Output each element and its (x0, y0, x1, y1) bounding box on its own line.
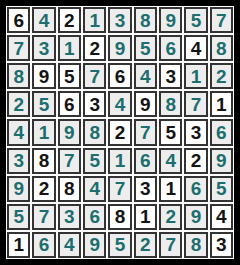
sudoku-cell-r7c7[interactable]: 1 (159, 176, 182, 202)
sudoku-cell-r6c6[interactable]: 6 (134, 148, 157, 174)
solved-digit: 5 (115, 235, 126, 254)
sudoku-cell-r5c2[interactable]: 1 (32, 119, 55, 145)
solved-digit: 8 (13, 67, 24, 86)
solved-digit: 7 (39, 207, 50, 226)
given-digit: 1 (13, 235, 24, 254)
given-digit: 6 (13, 11, 24, 30)
sudoku-cell-r8c3[interactable]: 3 (58, 204, 81, 230)
given-digit: 3 (89, 95, 100, 114)
sudoku-cell-r5c7[interactable]: 5 (159, 119, 182, 145)
solved-digit: 7 (216, 11, 227, 30)
solved-digit: 5 (140, 39, 151, 58)
solved-digit: 4 (13, 123, 24, 142)
solved-digit: 6 (165, 39, 176, 58)
sudoku-cell-r2c6[interactable]: 5 (134, 35, 157, 61)
solved-digit: 1 (115, 151, 126, 170)
sudoku-cell-r4c3[interactable]: 6 (58, 91, 81, 117)
sudoku-cell-r4c2[interactable]: 5 (32, 91, 55, 117)
given-digit: 8 (115, 207, 126, 226)
given-digit: 2 (191, 151, 202, 170)
sudoku-cell-r6c8[interactable]: 2 (184, 148, 207, 174)
solved-digit: 7 (165, 235, 176, 254)
solved-digit: 6 (191, 179, 202, 198)
solved-digit: 8 (165, 95, 176, 114)
solved-digit: 5 (216, 179, 227, 198)
given-digit: 3 (140, 179, 151, 198)
given-digit: 3 (191, 123, 202, 142)
given-digit: 8 (64, 179, 75, 198)
sudoku-cell-r9c7[interactable]: 7 (159, 232, 182, 258)
solved-digit: 9 (89, 235, 100, 254)
sudoku-cell-r5c4[interactable]: 8 (83, 119, 106, 145)
sudoku-cell-r2c7[interactable]: 6 (159, 35, 182, 61)
solved-digit: 1 (191, 67, 202, 86)
solved-digit: 8 (140, 11, 151, 30)
given-digit: 6 (64, 95, 75, 114)
sudoku-cell-r1c3[interactable]: 2 (58, 7, 81, 33)
given-digit: 3 (216, 235, 227, 254)
solved-digit: 9 (115, 39, 126, 58)
sudoku-cell-r3c5[interactable]: 6 (108, 63, 131, 89)
sudoku-cell-r8c2[interactable]: 7 (32, 204, 55, 230)
sudoku-cell-r8c5[interactable]: 8 (108, 204, 131, 230)
solved-digit: 8 (191, 235, 202, 254)
given-digit: 1 (216, 95, 227, 114)
solved-digit: 6 (89, 207, 100, 226)
given-digit: 2 (89, 39, 100, 58)
sudoku-cell-r5c6[interactable]: 7 (134, 119, 157, 145)
solved-digit: 3 (39, 39, 50, 58)
sudoku-cell-r8c1[interactable]: 5 (7, 204, 30, 230)
sudoku-cell-r7c3[interactable]: 8 (58, 176, 81, 202)
sudoku-cell-r6c9[interactable]: 9 (210, 148, 233, 174)
solved-digit: 4 (89, 179, 100, 198)
sudoku-cell-r1c5[interactable]: 3 (108, 7, 131, 33)
solved-digit: 3 (64, 207, 75, 226)
given-digit: 8 (39, 151, 50, 170)
sudoku-cell-r3c2[interactable]: 9 (32, 63, 55, 89)
given-digit: 4 (216, 207, 227, 226)
solved-digit: 6 (39, 235, 50, 254)
solved-digit: 7 (191, 95, 202, 114)
sudoku-cell-r6c2[interactable]: 8 (32, 148, 55, 174)
sudoku-cell-r1c8[interactable]: 5 (184, 7, 207, 33)
given-digit: 9 (140, 95, 151, 114)
solved-digit: 5 (89, 151, 100, 170)
solved-digit: 2 (165, 207, 176, 226)
sudoku-cell-r6c3[interactable]: 7 (58, 148, 81, 174)
solved-digit: 4 (39, 11, 50, 30)
sudoku-grid: 6421389577312956488957643122563498714198… (6, 6, 234, 259)
sudoku-cell-r2c9[interactable]: 8 (210, 35, 233, 61)
sudoku-cell-r6c5[interactable]: 1 (108, 148, 131, 174)
sudoku-cell-r8c8[interactable]: 9 (184, 204, 207, 230)
given-digit: 2 (115, 123, 126, 142)
given-digit: 1 (165, 179, 176, 198)
sudoku-cell-r4c1[interactable]: 2 (7, 91, 30, 117)
given-digit: 3 (165, 67, 176, 86)
solved-digit: 4 (115, 95, 126, 114)
sudoku-cell-r5c9[interactable]: 6 (210, 119, 233, 145)
sudoku-cell-r9c8[interactable]: 8 (184, 232, 207, 258)
sudoku-cell-r5c1[interactable]: 4 (7, 119, 30, 145)
sudoku-cell-r9c2[interactable]: 6 (32, 232, 55, 258)
sudoku-cell-r2c2[interactable]: 3 (32, 35, 55, 61)
solved-digit: 2 (216, 67, 227, 86)
sudoku-cell-r3c6[interactable]: 4 (134, 63, 157, 89)
solved-digit: 7 (140, 123, 151, 142)
sudoku-cell-r5c8[interactable]: 3 (184, 119, 207, 145)
sudoku-cell-r2c1[interactable]: 7 (7, 35, 30, 61)
sudoku-cell-r2c8[interactable]: 4 (184, 35, 207, 61)
sudoku-cell-r6c7[interactable]: 4 (159, 148, 182, 174)
sudoku-cell-r5c3[interactable]: 9 (58, 119, 81, 145)
sudoku-cell-r6c4[interactable]: 5 (83, 148, 106, 174)
solved-digit: 2 (140, 235, 151, 254)
sudoku-cell-r3c8[interactable]: 1 (184, 63, 207, 89)
solved-digit: 6 (140, 151, 151, 170)
solved-digit: 1 (89, 11, 100, 30)
sudoku-cell-r1c6[interactable]: 8 (134, 7, 157, 33)
sudoku-cell-r7c4[interactable]: 4 (83, 176, 106, 202)
sudoku-cell-r9c4[interactable]: 9 (83, 232, 106, 258)
sudoku-cell-r7c6[interactable]: 3 (134, 176, 157, 202)
solved-digit: 3 (13, 151, 24, 170)
solved-digit: 8 (89, 123, 100, 142)
sudoku-cell-r6c1[interactable]: 3 (7, 148, 30, 174)
solved-digit: 4 (140, 67, 151, 86)
solved-digit: 5 (191, 11, 202, 30)
sudoku-cell-r9c9[interactable]: 3 (210, 232, 233, 258)
sudoku-cell-r4c4[interactable]: 3 (83, 91, 106, 117)
sudoku-cell-r8c4[interactable]: 6 (83, 204, 106, 230)
solved-digit: 2 (13, 95, 24, 114)
solved-digit: 5 (39, 95, 50, 114)
sudoku-cell-r8c7[interactable]: 2 (159, 204, 182, 230)
solved-digit: 9 (64, 123, 75, 142)
sudoku-cell-r1c1[interactable]: 6 (7, 7, 30, 33)
sudoku-cell-r4c8[interactable]: 7 (184, 91, 207, 117)
solved-digit: 4 (165, 151, 176, 170)
sudoku-cell-r9c3[interactable]: 4 (58, 232, 81, 258)
solved-digit: 6 (216, 123, 227, 142)
sudoku-cell-r9c1[interactable]: 1 (7, 232, 30, 258)
solved-digit: 1 (39, 123, 50, 142)
sudoku-cell-r3c1[interactable]: 8 (7, 63, 30, 89)
solved-digit: 1 (64, 39, 75, 58)
sudoku-cell-r7c8[interactable]: 6 (184, 176, 207, 202)
sudoku-cell-r9c5[interactable]: 5 (108, 232, 131, 258)
sudoku-cell-r1c9[interactable]: 7 (210, 7, 233, 33)
sudoku-cell-r2c3[interactable]: 1 (58, 35, 81, 61)
sudoku-cell-r8c9[interactable]: 4 (210, 204, 233, 230)
sudoku-board: 6421389577312956488957643122563498714198… (0, 0, 240, 265)
sudoku-cell-r2c4[interactable]: 2 (83, 35, 106, 61)
given-digit: 5 (64, 67, 75, 86)
sudoku-cell-r5c5[interactable]: 2 (108, 119, 131, 145)
solved-digit: 5 (13, 207, 24, 226)
sudoku-cell-r4c7[interactable]: 8 (159, 91, 182, 117)
given-digit: 1 (140, 207, 151, 226)
sudoku-cell-r3c7[interactable]: 3 (159, 63, 182, 89)
solved-digit: 7 (64, 151, 75, 170)
given-digit: 5 (165, 123, 176, 142)
sudoku-cell-r4c6[interactable]: 9 (134, 91, 157, 117)
given-digit: 2 (39, 179, 50, 198)
sudoku-cell-r7c1[interactable]: 9 (7, 176, 30, 202)
sudoku-cell-r7c5[interactable]: 7 (108, 176, 131, 202)
solved-digit: 9 (13, 179, 24, 198)
solved-digit: 4 (64, 235, 75, 254)
solved-digit: 9 (191, 207, 202, 226)
solved-digit: 7 (89, 67, 100, 86)
sudoku-cell-r3c9[interactable]: 2 (210, 63, 233, 89)
given-digit: 9 (39, 67, 50, 86)
solved-digit: 7 (115, 179, 126, 198)
solved-digit: 9 (165, 11, 176, 30)
sudoku-cell-r1c2[interactable]: 4 (32, 7, 55, 33)
solved-digit: 9 (216, 151, 227, 170)
sudoku-cell-r9c6[interactable]: 2 (134, 232, 157, 258)
sudoku-cell-r3c3[interactable]: 5 (58, 63, 81, 89)
given-digit: 2 (64, 11, 75, 30)
sudoku-cell-r1c4[interactable]: 1 (83, 7, 106, 33)
sudoku-cell-r4c9[interactable]: 1 (210, 91, 233, 117)
solved-digit: 7 (13, 39, 24, 58)
sudoku-cell-r8c6[interactable]: 1 (134, 204, 157, 230)
sudoku-cell-r2c5[interactable]: 9 (108, 35, 131, 61)
solved-digit: 8 (216, 39, 227, 58)
given-digit: 4 (191, 39, 202, 58)
sudoku-cell-r7c2[interactable]: 2 (32, 176, 55, 202)
sudoku-cell-r3c4[interactable]: 7 (83, 63, 106, 89)
sudoku-cell-r4c5[interactable]: 4 (108, 91, 131, 117)
sudoku-cell-r1c7[interactable]: 9 (159, 7, 182, 33)
given-digit: 6 (115, 67, 126, 86)
sudoku-cell-r7c9[interactable]: 5 (210, 176, 233, 202)
solved-digit: 3 (115, 11, 126, 30)
